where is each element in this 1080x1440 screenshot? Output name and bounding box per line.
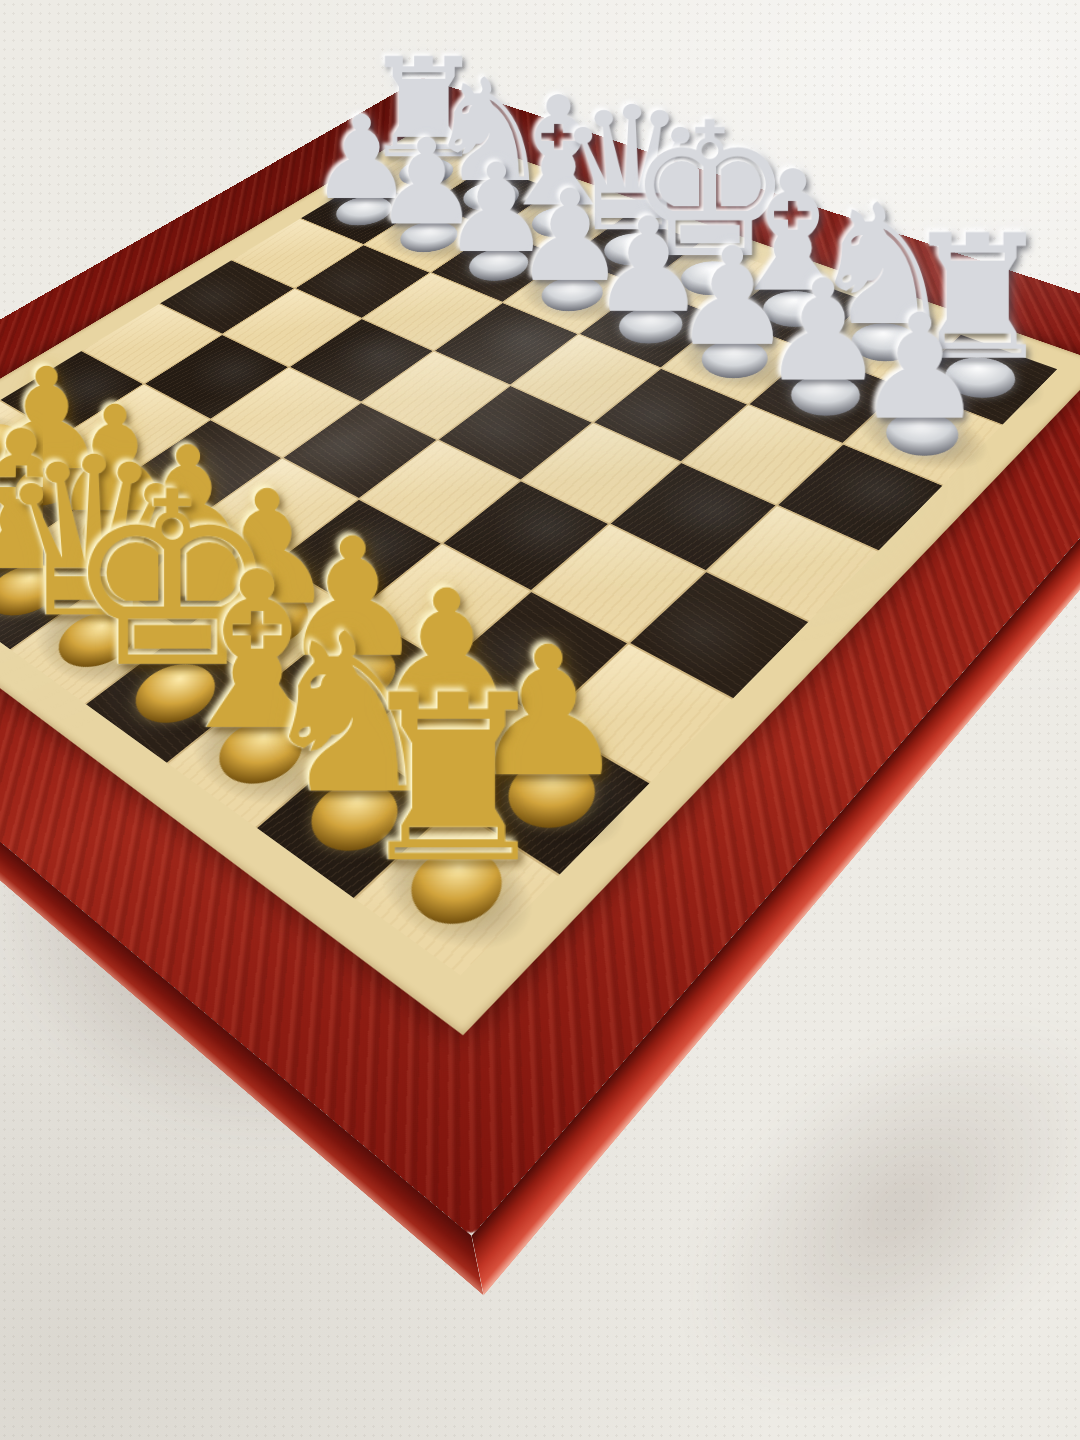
piece-figure: ♟ bbox=[805, 298, 1034, 436]
perspective-scene: ♜♟♞♟♝♟♛♟♚♟♝♟♟♞♜♟♟♜♞♟♟♝♟♛♟♚♟♝♟♞♟♜ bbox=[0, 0, 1080, 1440]
rook-glyph: ♜ bbox=[350, 671, 556, 890]
pawn-glyph: ♟ bbox=[854, 298, 984, 436]
piece-figure: ♜ bbox=[306, 671, 600, 890]
camera-roll: ♜♟♞♟♝♟♛♟♚♟♝♟♟♞♜♟♟♜♞♟♟♝♟♛♟♚♟♝♟♞♟♜ bbox=[0, 0, 1080, 1440]
chess-board: ♜♟♞♟♝♟♛♟♚♟♝♟♟♞♜♟♟♜♞♟♟♝♟♛♟♚♟♝♟♞♟♜ bbox=[0, 78, 1080, 1236]
chess-set-photo: ♜♟♞♟♝♟♛♟♚♟♝♟♟♞♜♟♟♜♞♟♟♝♟♛♟♚♟♝♟♞♟♜ bbox=[0, 0, 1080, 1440]
